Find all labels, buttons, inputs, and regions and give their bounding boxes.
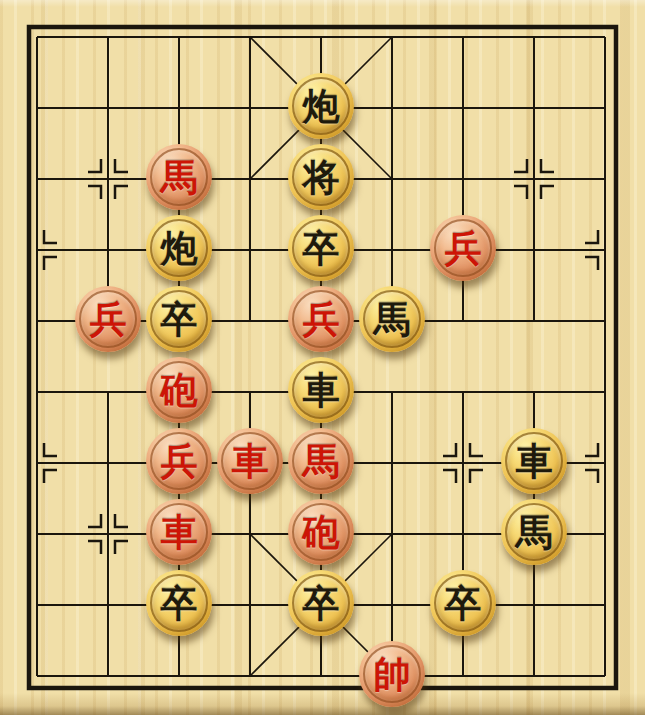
piece-glyph: 兵: [161, 443, 198, 480]
piece-black-cannon[interactable]: 炮: [146, 215, 212, 281]
piece-black-general[interactable]: 将: [288, 144, 354, 210]
piece-glyph: 兵: [303, 301, 340, 338]
piece-glyph: 砲: [303, 514, 340, 551]
piece-glyph: 馬: [374, 301, 411, 338]
piece-glyph: 馬: [161, 159, 198, 196]
piece-glyph: 兵: [445, 230, 482, 267]
piece-red-soldier[interactable]: 兵: [75, 286, 141, 352]
piece-glyph: 車: [161, 514, 198, 551]
piece-black-chariot[interactable]: 車: [501, 428, 567, 494]
piece-red-soldier[interactable]: 兵: [288, 286, 354, 352]
piece-glyph: 炮: [161, 230, 198, 267]
piece-black-soldier[interactable]: 卒: [146, 286, 212, 352]
piece-glyph: 車: [516, 443, 553, 480]
piece-glyph: 卒: [445, 585, 482, 622]
piece-glyph: 車: [232, 443, 269, 480]
piece-red-horse[interactable]: 馬: [288, 428, 354, 494]
piece-black-chariot[interactable]: 車: [288, 357, 354, 423]
piece-black-cannon[interactable]: 炮: [288, 73, 354, 139]
piece-glyph: 車: [303, 372, 340, 409]
piece-red-general[interactable]: 帥: [359, 641, 425, 707]
piece-glyph: 卒: [303, 585, 340, 622]
piece-glyph: 兵: [90, 301, 127, 338]
piece-black-horse[interactable]: 馬: [359, 286, 425, 352]
piece-glyph: 砲: [161, 372, 198, 409]
piece-glyph: 卒: [161, 301, 198, 338]
piece-red-cannon[interactable]: 砲: [288, 499, 354, 565]
piece-black-soldier[interactable]: 卒: [288, 215, 354, 281]
piece-glyph: 馬: [516, 514, 553, 551]
piece-glyph: 卒: [161, 585, 198, 622]
piece-red-horse[interactable]: 馬: [146, 144, 212, 210]
piece-red-soldier[interactable]: 兵: [430, 215, 496, 281]
piece-glyph: 帥: [374, 656, 411, 693]
xiangqi-board[interactable]: 炮馬将炮卒兵兵卒兵馬砲車兵車馬車車砲馬卒卒卒帥: [0, 0, 645, 715]
piece-black-soldier[interactable]: 卒: [430, 570, 496, 636]
piece-glyph: 卒: [303, 230, 340, 267]
piece-red-soldier[interactable]: 兵: [146, 428, 212, 494]
piece-glyph: 馬: [303, 443, 340, 480]
piece-black-soldier[interactable]: 卒: [288, 570, 354, 636]
piece-red-chariot[interactable]: 車: [217, 428, 283, 494]
piece-black-soldier[interactable]: 卒: [146, 570, 212, 636]
piece-glyph: 炮: [303, 88, 340, 125]
piece-glyph: 将: [303, 159, 340, 196]
piece-red-chariot[interactable]: 車: [146, 499, 212, 565]
piece-red-cannon[interactable]: 砲: [146, 357, 212, 423]
piece-black-horse[interactable]: 馬: [501, 499, 567, 565]
